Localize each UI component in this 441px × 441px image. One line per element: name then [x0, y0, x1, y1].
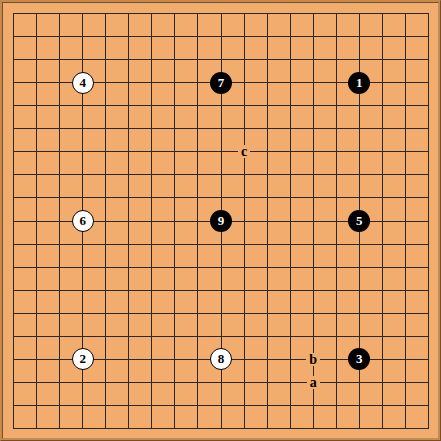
- black-stone-5: 5: [348, 210, 370, 232]
- white-stone-6: 6: [72, 210, 94, 232]
- board-cell: c: [232, 140, 255, 163]
- board-cell: 6: [71, 209, 94, 232]
- point-label-a: a: [307, 376, 320, 389]
- black-stone-9: 9: [210, 210, 232, 232]
- white-stone-2: 2: [72, 348, 94, 370]
- board-cell: 4: [71, 71, 94, 94]
- black-stone-3: 3: [348, 348, 370, 370]
- go-board: 123456789abc: [0, 0, 441, 441]
- board-cell: 2: [71, 348, 94, 371]
- point-label-c: c: [238, 145, 250, 158]
- board-cell: b: [302, 348, 325, 371]
- board-cell: 1: [348, 71, 371, 94]
- white-stone-8: 8: [210, 348, 232, 370]
- board-cell: 8: [209, 348, 232, 371]
- black-stone-1: 1: [348, 72, 370, 94]
- board-cell: 3: [348, 348, 371, 371]
- white-stone-4: 4: [72, 72, 94, 94]
- board-cell: a: [302, 371, 325, 394]
- black-stone-7: 7: [210, 72, 232, 94]
- point-label-b: b: [306, 353, 320, 366]
- board-cell: 5: [348, 209, 371, 232]
- board-cell: 9: [209, 209, 232, 232]
- board-grid: 123456789abc: [2, 2, 440, 440]
- board-cell: 7: [209, 71, 232, 94]
